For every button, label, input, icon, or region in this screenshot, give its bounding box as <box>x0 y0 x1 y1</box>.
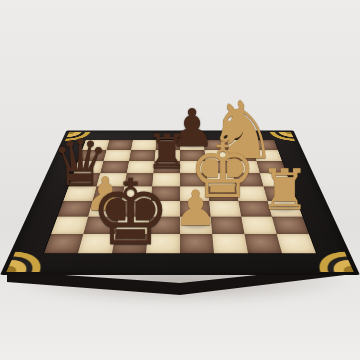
chess-photo-stage: ♟♞♜♛♚♟♜♟♚ <box>0 0 360 360</box>
square-e1[interactable] <box>180 234 214 253</box>
square-f1[interactable] <box>212 234 248 253</box>
piece-dark-king-c1[interactable]: ♚ <box>90 169 171 260</box>
brass-corner-ornament-front-right <box>299 245 353 272</box>
brass-corner-ornament-front-left <box>6 245 60 272</box>
square-b8[interactable] <box>106 140 132 150</box>
square-a2[interactable] <box>51 217 88 234</box>
piece-light-pawn-e2[interactable]: ♟ <box>174 185 218 234</box>
piece-light-rook-h3[interactable]: ♜ <box>259 162 309 218</box>
square-g1[interactable] <box>244 234 282 253</box>
